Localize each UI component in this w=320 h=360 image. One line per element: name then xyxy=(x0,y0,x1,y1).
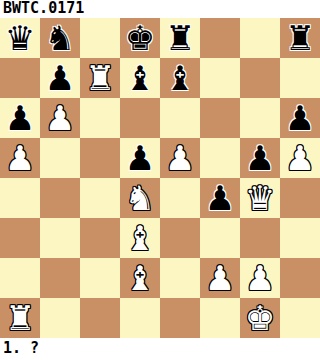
square-f2[interactable]: ♟ xyxy=(200,258,240,298)
piece-white-pawn: ♟ xyxy=(45,98,75,138)
square-a4[interactable] xyxy=(0,178,40,218)
piece-white-bishop: ♝ xyxy=(125,218,155,258)
square-e7[interactable]: ♝ xyxy=(160,58,200,98)
square-a3[interactable] xyxy=(0,218,40,258)
piece-black-pawn: ♟ xyxy=(45,58,75,98)
square-e8[interactable]: ♜ xyxy=(160,18,200,58)
piece-black-knight: ♞ xyxy=(45,18,75,58)
square-g5[interactable]: ♟ xyxy=(240,138,280,178)
square-f5[interactable] xyxy=(200,138,240,178)
square-b7[interactable]: ♟ xyxy=(40,58,80,98)
square-h4[interactable] xyxy=(280,178,320,218)
square-c2[interactable] xyxy=(80,258,120,298)
square-g8[interactable] xyxy=(240,18,280,58)
square-b4[interactable] xyxy=(40,178,80,218)
square-h6[interactable]: ♟ xyxy=(280,98,320,138)
square-b5[interactable] xyxy=(40,138,80,178)
square-g2[interactable]: ♟ xyxy=(240,258,280,298)
square-a1[interactable]: ♜ xyxy=(0,298,40,338)
piece-black-rook: ♜ xyxy=(285,18,315,58)
square-g7[interactable] xyxy=(240,58,280,98)
piece-white-pawn: ♟ xyxy=(245,258,275,298)
square-g6[interactable] xyxy=(240,98,280,138)
square-d1[interactable] xyxy=(120,298,160,338)
square-a7[interactable] xyxy=(0,58,40,98)
square-d7[interactable]: ♝ xyxy=(120,58,160,98)
square-f1[interactable] xyxy=(200,298,240,338)
piece-white-rook: ♜ xyxy=(5,298,35,338)
square-a2[interactable] xyxy=(0,258,40,298)
square-b3[interactable] xyxy=(40,218,80,258)
square-d4[interactable]: ♞ xyxy=(120,178,160,218)
square-f7[interactable] xyxy=(200,58,240,98)
square-c5[interactable] xyxy=(80,138,120,178)
square-f4[interactable]: ♟ xyxy=(200,178,240,218)
piece-black-queen: ♛ xyxy=(5,18,35,58)
piece-black-pawn: ♟ xyxy=(5,98,35,138)
piece-white-pawn: ♟ xyxy=(5,138,35,178)
piece-black-bishop: ♝ xyxy=(165,58,195,98)
piece-white-knight: ♞ xyxy=(125,178,155,218)
square-a6[interactable]: ♟ xyxy=(0,98,40,138)
square-b1[interactable] xyxy=(40,298,80,338)
square-e1[interactable] xyxy=(160,298,200,338)
square-b6[interactable]: ♟ xyxy=(40,98,80,138)
piece-white-king: ♚ xyxy=(245,298,275,338)
square-d3[interactable]: ♝ xyxy=(120,218,160,258)
square-h2[interactable] xyxy=(280,258,320,298)
piece-white-rook: ♜ xyxy=(85,58,115,98)
square-e4[interactable] xyxy=(160,178,200,218)
square-d5[interactable]: ♟ xyxy=(120,138,160,178)
square-c1[interactable] xyxy=(80,298,120,338)
piece-white-queen: ♛ xyxy=(245,178,275,218)
piece-black-pawn: ♟ xyxy=(285,98,315,138)
puzzle-id-label: BWTC.0171 xyxy=(0,0,320,18)
chess-board: ♛♞♚♜♜♟♜♝♝♟♟♟♟♟♟♟♟♞♟♛♝♝♟♟♜♚ xyxy=(0,18,320,338)
square-c8[interactable] xyxy=(80,18,120,58)
square-c6[interactable] xyxy=(80,98,120,138)
square-c3[interactable] xyxy=(80,218,120,258)
piece-white-bishop: ♝ xyxy=(125,258,155,298)
square-f8[interactable] xyxy=(200,18,240,58)
square-h1[interactable] xyxy=(280,298,320,338)
square-h5[interactable]: ♟ xyxy=(280,138,320,178)
square-b8[interactable]: ♞ xyxy=(40,18,80,58)
piece-white-pawn: ♟ xyxy=(205,258,235,298)
piece-white-pawn: ♟ xyxy=(285,138,315,178)
square-c7[interactable]: ♜ xyxy=(80,58,120,98)
piece-black-king: ♚ xyxy=(125,18,155,58)
piece-black-pawn: ♟ xyxy=(125,138,155,178)
square-g1[interactable]: ♚ xyxy=(240,298,280,338)
square-b2[interactable] xyxy=(40,258,80,298)
square-g4[interactable]: ♛ xyxy=(240,178,280,218)
square-h8[interactable]: ♜ xyxy=(280,18,320,58)
square-d2[interactable]: ♝ xyxy=(120,258,160,298)
square-e2[interactable] xyxy=(160,258,200,298)
square-e6[interactable] xyxy=(160,98,200,138)
square-d6[interactable] xyxy=(120,98,160,138)
piece-black-pawn: ♟ xyxy=(245,138,275,178)
square-e3[interactable] xyxy=(160,218,200,258)
piece-white-pawn: ♟ xyxy=(165,138,195,178)
square-c4[interactable] xyxy=(80,178,120,218)
square-a5[interactable]: ♟ xyxy=(0,138,40,178)
piece-black-rook: ♜ xyxy=(165,18,195,58)
piece-black-pawn: ♟ xyxy=(205,178,235,218)
piece-black-bishop: ♝ xyxy=(125,58,155,98)
square-g3[interactable] xyxy=(240,218,280,258)
move-prompt: 1. ? xyxy=(0,338,320,360)
square-d8[interactable]: ♚ xyxy=(120,18,160,58)
square-h7[interactable] xyxy=(280,58,320,98)
square-f3[interactable] xyxy=(200,218,240,258)
square-e5[interactable]: ♟ xyxy=(160,138,200,178)
square-a8[interactable]: ♛ xyxy=(0,18,40,58)
square-f6[interactable] xyxy=(200,98,240,138)
square-h3[interactable] xyxy=(280,218,320,258)
